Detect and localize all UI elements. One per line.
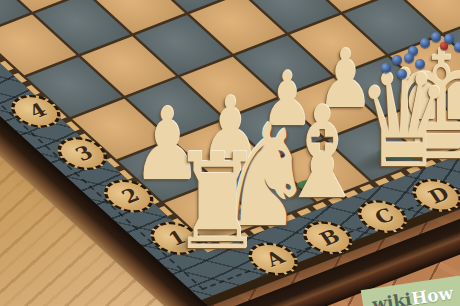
chess-piece-rook-a1: ♜: [170, 136, 263, 269]
crown-ball-blue: [397, 69, 407, 79]
crown-ball-blue: [454, 42, 460, 52]
crown-ball-blue: [392, 55, 402, 65]
wikihow-how-text: How: [410, 283, 455, 306]
crown-ball-blue: [420, 38, 430, 48]
crown-ball-blue: [404, 53, 414, 63]
crown-ball-blue: [415, 59, 425, 69]
wikihow-wiki-text: wiki: [371, 289, 413, 306]
crown-center-red: [440, 42, 448, 50]
crown-ball-blue: [431, 32, 441, 42]
chess-set-photo: 1 2 3 4 A B C D ♟♟♚♟♛♟♝♞♜ wikiHow: [0, 0, 460, 306]
crown-ball-blue: [381, 63, 391, 73]
